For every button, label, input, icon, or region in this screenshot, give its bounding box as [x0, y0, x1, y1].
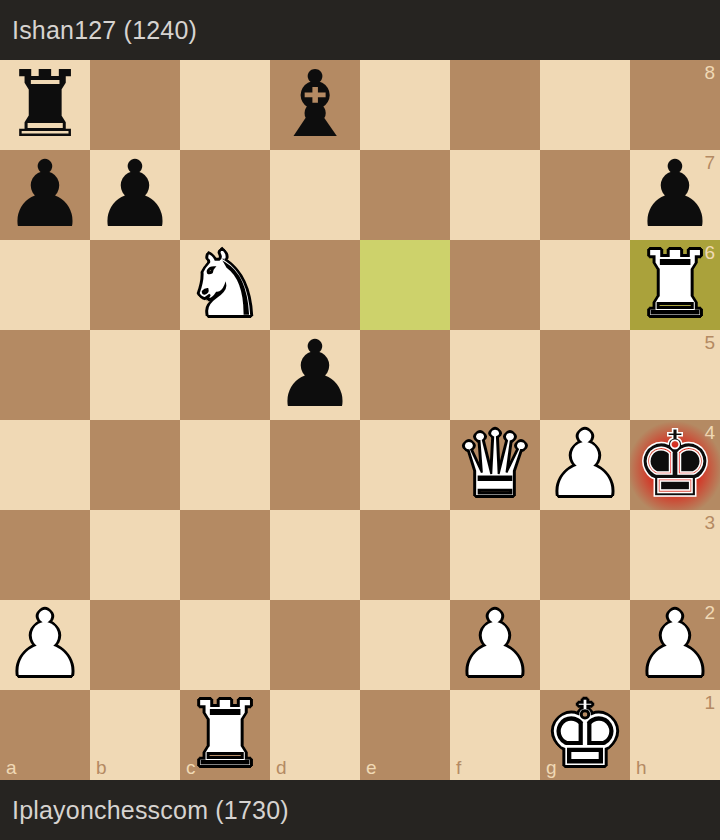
square-b3[interactable] [90, 510, 180, 600]
black-pawn-d5[interactable]: ♟ [270, 330, 360, 420]
square-c5[interactable] [180, 330, 270, 420]
square-d6[interactable] [270, 240, 360, 330]
square-d7[interactable] [270, 150, 360, 240]
white-rook-h6[interactable]: ♜ [630, 240, 720, 330]
square-a7[interactable]: ♟ [0, 150, 90, 240]
square-e1[interactable]: e [360, 690, 450, 780]
square-g2[interactable] [540, 600, 630, 690]
black-pawn-h7[interactable]: ♟ [630, 150, 720, 240]
square-g7[interactable] [540, 150, 630, 240]
white-pawn-g4[interactable]: ♟ [540, 420, 630, 510]
file-label-a: a [6, 757, 17, 779]
square-b2[interactable] [90, 600, 180, 690]
square-f3[interactable] [450, 510, 540, 600]
file-label-h: h [636, 757, 647, 779]
square-c7[interactable] [180, 150, 270, 240]
white-pawn-h2[interactable]: ♟ [630, 600, 720, 690]
square-h5[interactable]: 5 [630, 330, 720, 420]
square-f1[interactable]: f [450, 690, 540, 780]
black-rook-a8[interactable]: ♜ [0, 60, 90, 150]
square-d8[interactable]: ♝ [270, 60, 360, 150]
white-pawn-f2[interactable]: ♟ [450, 600, 540, 690]
bottom-player-bar: Iplayonchesscom (1730) [0, 780, 720, 840]
square-a3[interactable] [0, 510, 90, 600]
square-d3[interactable] [270, 510, 360, 600]
square-e8[interactable] [360, 60, 450, 150]
square-f7[interactable] [450, 150, 540, 240]
square-f6[interactable] [450, 240, 540, 330]
square-g4[interactable]: ♟ [540, 420, 630, 510]
white-pawn-a2[interactable]: ♟ [0, 600, 90, 690]
square-a8[interactable]: ♜ [0, 60, 90, 150]
square-c6[interactable]: ♞ [180, 240, 270, 330]
top-player-name: Ishan127 (1240) [12, 16, 197, 45]
square-a5[interactable] [0, 330, 90, 420]
square-b1[interactable]: b [90, 690, 180, 780]
square-b7[interactable]: ♟ [90, 150, 180, 240]
square-c2[interactable] [180, 600, 270, 690]
square-c8[interactable] [180, 60, 270, 150]
top-player-bar: Ishan127 (1240) [0, 0, 720, 60]
rank-label-8: 8 [704, 62, 715, 84]
square-d4[interactable] [270, 420, 360, 510]
file-label-b: b [96, 757, 107, 779]
square-b4[interactable] [90, 420, 180, 510]
square-f4[interactable]: ♛ [450, 420, 540, 510]
square-f2[interactable]: ♟ [450, 600, 540, 690]
square-h1[interactable]: 1h [630, 690, 720, 780]
square-f8[interactable] [450, 60, 540, 150]
chess-board: ♜♝8♟♟7♟♞6♜♟5♛♟4♚3♟♟2♟abc♜defg♚1h [0, 60, 720, 780]
file-label-d: d [276, 757, 287, 779]
white-knight-c6[interactable]: ♞ [180, 240, 270, 330]
square-d5[interactable]: ♟ [270, 330, 360, 420]
square-d2[interactable] [270, 600, 360, 690]
square-a6[interactable] [0, 240, 90, 330]
square-a2[interactable]: ♟ [0, 600, 90, 690]
square-e5[interactable] [360, 330, 450, 420]
square-e6[interactable] [360, 240, 450, 330]
square-e3[interactable] [360, 510, 450, 600]
square-e7[interactable] [360, 150, 450, 240]
file-label-e: e [366, 757, 377, 779]
square-h2[interactable]: 2♟ [630, 600, 720, 690]
white-rook-c1[interactable]: ♜ [180, 690, 270, 780]
square-g3[interactable] [540, 510, 630, 600]
square-g5[interactable] [540, 330, 630, 420]
white-queen-f4[interactable]: ♛ [450, 420, 540, 510]
black-king-h4[interactable]: ♚ [630, 420, 720, 510]
file-label-f: f [456, 757, 461, 779]
black-bishop-d8[interactable]: ♝ [270, 60, 360, 150]
square-b5[interactable] [90, 330, 180, 420]
square-c4[interactable] [180, 420, 270, 510]
square-h8[interactable]: 8 [630, 60, 720, 150]
square-e2[interactable] [360, 600, 450, 690]
square-h6[interactable]: 6♜ [630, 240, 720, 330]
square-a4[interactable] [0, 420, 90, 510]
square-h3[interactable]: 3 [630, 510, 720, 600]
bottom-player-name: Iplayonchesscom (1730) [12, 796, 289, 825]
square-c3[interactable] [180, 510, 270, 600]
square-g8[interactable] [540, 60, 630, 150]
square-b6[interactable] [90, 240, 180, 330]
white-king-g1[interactable]: ♚ [540, 690, 630, 780]
square-c1[interactable]: c♜ [180, 690, 270, 780]
square-g1[interactable]: g♚ [540, 690, 630, 780]
black-pawn-a7[interactable]: ♟ [0, 150, 90, 240]
square-h7[interactable]: 7♟ [630, 150, 720, 240]
square-d1[interactable]: d [270, 690, 360, 780]
square-e4[interactable] [360, 420, 450, 510]
square-b8[interactable] [90, 60, 180, 150]
square-f5[interactable] [450, 330, 540, 420]
square-h4[interactable]: 4♚ [630, 420, 720, 510]
black-pawn-b7[interactable]: ♟ [90, 150, 180, 240]
square-a1[interactable]: a [0, 690, 90, 780]
square-g6[interactable] [540, 240, 630, 330]
